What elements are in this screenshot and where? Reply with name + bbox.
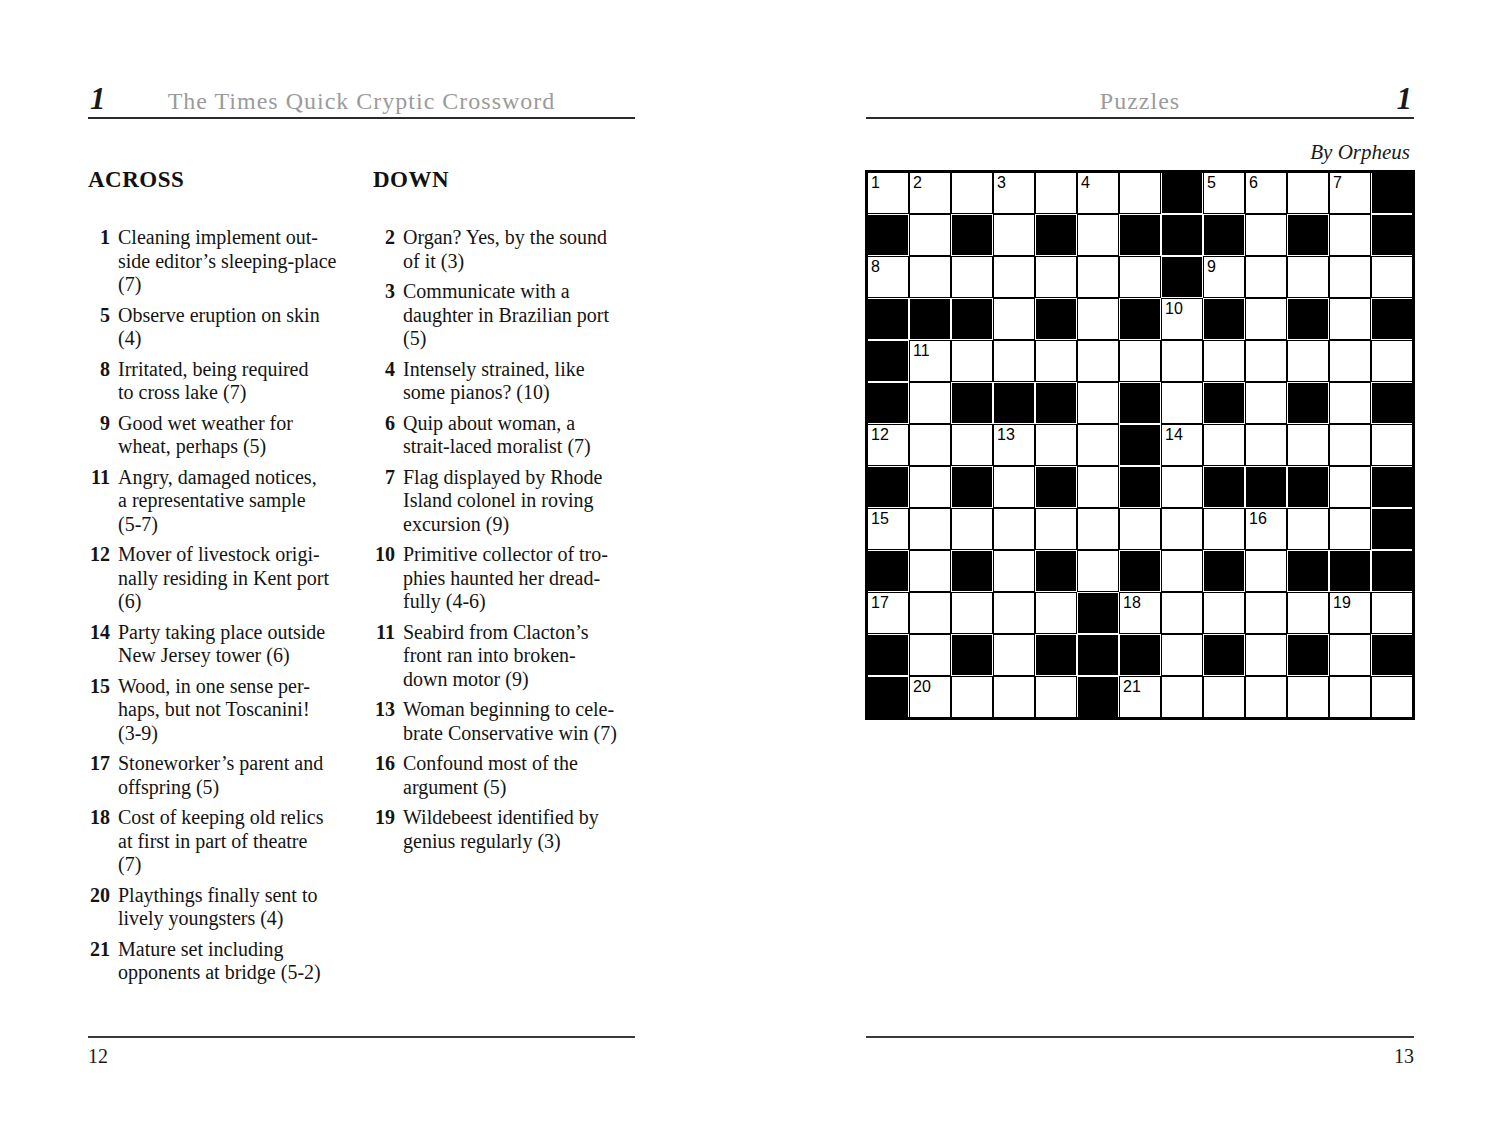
block-cell <box>1288 215 1328 255</box>
right-page-corner-number: 1 <box>1397 83 1413 114</box>
grid-cell[interactable] <box>1330 257 1370 297</box>
clue-number: 14 <box>88 621 110 668</box>
cell-number: 20 <box>913 678 931 696</box>
grid-cell[interactable] <box>994 257 1034 297</box>
clue-number: 10 <box>373 543 395 614</box>
grid-cell[interactable] <box>1078 299 1118 339</box>
grid-cell[interactable] <box>1288 341 1328 381</box>
grid-cell[interactable] <box>1330 509 1370 549</box>
clue-text: Cost of keeping old relicsat first in pa… <box>118 806 324 877</box>
grid-cell[interactable] <box>952 593 992 633</box>
grid-cell[interactable] <box>1246 383 1286 423</box>
block-cell <box>952 467 992 507</box>
grid-cell[interactable] <box>1036 425 1076 465</box>
block-cell <box>910 299 950 339</box>
grid-cell[interactable]: 13 <box>994 425 1034 465</box>
block-cell <box>1204 635 1244 675</box>
block-cell <box>868 383 908 423</box>
grid-cell[interactable] <box>1120 173 1160 213</box>
clue-number: 13 <box>373 698 395 745</box>
block-cell <box>1204 215 1244 255</box>
block-cell <box>1204 551 1244 591</box>
book-spread: 1 The Times Quick Cryptic Crossword 1 Pu… <box>0 0 1500 1136</box>
grid-cell[interactable] <box>1330 467 1370 507</box>
cell-number: 3 <box>997 174 1006 192</box>
left-page-header: 1 The Times Quick Cryptic Crossword <box>88 84 635 119</box>
grid-cell[interactable] <box>1288 173 1328 213</box>
cell-number: 2 <box>913 174 922 192</box>
grid-cell[interactable]: 6 <box>1246 173 1286 213</box>
grid-cell[interactable] <box>1162 383 1202 423</box>
block-cell <box>1372 383 1412 423</box>
grid-cell[interactable] <box>1246 215 1286 255</box>
grid-cell[interactable] <box>1372 341 1412 381</box>
grid-cell[interactable]: 21 <box>1120 677 1160 717</box>
grid-cell[interactable] <box>1120 509 1160 549</box>
clue: 7Flag displayed by RhodeIsland colonel i… <box>373 466 643 537</box>
clue-text: Wildebeest identified bygenius regularly… <box>403 806 599 853</box>
clue-text: Playthings finally sent tolively youngst… <box>118 884 317 931</box>
block-cell <box>1120 425 1160 465</box>
clue-text: Primitive collector of tro-phies haunted… <box>403 543 608 614</box>
cell-number: 4 <box>1081 174 1090 192</box>
grid-cell[interactable] <box>1204 509 1244 549</box>
grid-cell[interactable] <box>1036 173 1076 213</box>
cell-number: 17 <box>871 594 889 612</box>
grid-cell[interactable]: 4 <box>1078 173 1118 213</box>
right-page-header: 1 Puzzles <box>866 84 1414 119</box>
cell-number: 7 <box>1333 174 1342 192</box>
block-cell <box>1120 383 1160 423</box>
grid-cell[interactable] <box>1288 509 1328 549</box>
block-cell <box>1120 299 1160 339</box>
block-cell <box>1036 299 1076 339</box>
grid-cell[interactable] <box>1162 677 1202 717</box>
grid-cell[interactable]: 12 <box>868 425 908 465</box>
block-cell <box>1372 173 1412 213</box>
cell-number: 8 <box>871 258 880 276</box>
clue-text: Seabird from Clacton’sfront ran into bro… <box>403 621 589 692</box>
cell-number: 19 <box>1333 594 1351 612</box>
right-page-footer: 13 <box>866 1036 1414 1068</box>
block-cell <box>994 383 1034 423</box>
block-cell <box>1078 593 1118 633</box>
cell-number: 9 <box>1207 258 1216 276</box>
clue-text: Wood, in one sense per-haps, but not Tos… <box>118 675 310 746</box>
grid-cell[interactable]: 17 <box>868 593 908 633</box>
block-cell <box>1120 215 1160 255</box>
clue: 8Irritated, being requiredto cross lake … <box>88 358 368 405</box>
block-cell <box>952 383 992 423</box>
clue-text: Communicate with adaughter in Brazilian … <box>403 280 609 351</box>
cell-number: 14 <box>1165 426 1183 444</box>
grid-cell[interactable]: 1 <box>868 173 908 213</box>
block-cell <box>868 551 908 591</box>
grid-cell[interactable] <box>910 425 950 465</box>
grid-cell[interactable] <box>910 551 950 591</box>
clue-number: 3 <box>373 280 395 351</box>
grid-cell[interactable] <box>1246 425 1286 465</box>
grid-cell[interactable] <box>1246 341 1286 381</box>
clue-text: Party taking place outsideNew Jersey tow… <box>118 621 325 668</box>
grid-cell[interactable]: 2 <box>910 173 950 213</box>
grid-cell[interactable] <box>952 677 992 717</box>
block-cell <box>868 341 908 381</box>
block-cell <box>868 215 908 255</box>
grid-cell[interactable]: 5 <box>1204 173 1244 213</box>
grid-cell[interactable] <box>910 383 950 423</box>
cell-number: 21 <box>1123 678 1141 696</box>
grid-cell[interactable] <box>952 341 992 381</box>
block-cell <box>868 677 908 717</box>
grid-cell[interactable]: 8 <box>868 257 908 297</box>
grid-cell[interactable] <box>1162 551 1202 591</box>
setter-byline: By Orpheus <box>866 140 1410 165</box>
across-heading: ACROSS <box>88 167 184 193</box>
clue-number: 11 <box>373 621 395 692</box>
grid-cell[interactable] <box>994 551 1034 591</box>
grid-cell[interactable] <box>1204 677 1244 717</box>
block-cell <box>952 635 992 675</box>
block-cell <box>1288 383 1328 423</box>
grid-cell[interactable] <box>910 257 950 297</box>
grid-cell[interactable] <box>952 509 992 549</box>
clue-number: 9 <box>88 412 110 459</box>
grid-cell[interactable] <box>1120 341 1160 381</box>
block-cell <box>1120 551 1160 591</box>
grid-cell[interactable] <box>1162 593 1202 633</box>
grid-cell[interactable] <box>1204 593 1244 633</box>
clue: 18Cost of keeping old relicsat first in … <box>88 806 368 877</box>
clue-number: 19 <box>373 806 395 853</box>
clue-number: 16 <box>373 752 395 799</box>
grid-cell[interactable] <box>1036 677 1076 717</box>
clue: 3Communicate with adaughter in Brazilian… <box>373 280 643 351</box>
grid-cell[interactable] <box>1204 341 1244 381</box>
grid-cell[interactable] <box>994 299 1034 339</box>
block-cell <box>1372 299 1412 339</box>
grid-cell[interactable] <box>952 257 992 297</box>
block-cell <box>1036 467 1076 507</box>
block-cell <box>1036 551 1076 591</box>
clue: 11Angry, damaged notices,a representativ… <box>88 466 368 537</box>
grid-cell[interactable] <box>1078 257 1118 297</box>
grid-cell[interactable] <box>1078 383 1118 423</box>
grid-cell[interactable] <box>1330 635 1370 675</box>
across-clue-list: 1Cleaning implement out-side editor’s sl… <box>88 226 368 992</box>
block-cell <box>1162 215 1202 255</box>
grid-cell[interactable] <box>1036 341 1076 381</box>
left-page-corner-number: 1 <box>90 83 106 114</box>
grid-cell[interactable]: 16 <box>1246 509 1286 549</box>
grid-cell[interactable]: 11 <box>910 341 950 381</box>
clue-number: 15 <box>88 675 110 746</box>
cell-number: 11 <box>913 342 930 360</box>
block-cell <box>952 551 992 591</box>
block-cell <box>1372 551 1412 591</box>
grid-cell[interactable] <box>910 467 950 507</box>
grid-cell[interactable]: 15 <box>868 509 908 549</box>
grid-cell[interactable] <box>1078 509 1118 549</box>
grid-cell[interactable] <box>1288 425 1328 465</box>
clue: 12Mover of livestock origi-nally residin… <box>88 543 368 614</box>
grid-cell[interactable] <box>952 173 992 213</box>
clue: 19Wildebeest identified bygenius regular… <box>373 806 643 853</box>
clue: 5Observe eruption on skin(4) <box>88 304 368 351</box>
down-clue-list: 2Organ? Yes, by the soundof it (3)3Commu… <box>373 226 643 860</box>
grid-cell[interactable] <box>1162 509 1202 549</box>
grid-cell[interactable]: 19 <box>1330 593 1370 633</box>
block-cell <box>1288 635 1328 675</box>
clue: 21Mature set includingopponents at bridg… <box>88 938 368 985</box>
grid-cell[interactable] <box>1330 383 1370 423</box>
grid-cell[interactable] <box>1036 509 1076 549</box>
grid-cell[interactable] <box>1036 593 1076 633</box>
grid-cell[interactable] <box>1372 257 1412 297</box>
block-cell <box>868 635 908 675</box>
clue: 14Party taking place outsideNew Jersey t… <box>88 621 368 668</box>
block-cell <box>1078 677 1118 717</box>
clue: 15Wood, in one sense per-haps, but not T… <box>88 675 368 746</box>
clue-text: Quip about woman, astrait-laced moralist… <box>403 412 591 459</box>
clue-text: Intensely strained, likesome pianos? (10… <box>403 358 585 405</box>
cell-number: 12 <box>871 426 889 444</box>
grid-cell[interactable] <box>1288 677 1328 717</box>
grid-cell[interactable] <box>910 593 950 633</box>
clue-text: Woman beginning to cele-brate Conservati… <box>403 698 617 745</box>
grid-cell[interactable] <box>1246 635 1286 675</box>
clue-text: Cleaning implement out-side editor’s sle… <box>118 226 336 297</box>
grid-cell[interactable] <box>1078 215 1118 255</box>
cell-number: 13 <box>997 426 1015 444</box>
grid-cell[interactable] <box>1288 257 1328 297</box>
grid-cell[interactable] <box>910 215 950 255</box>
block-cell <box>1204 299 1244 339</box>
grid-cell[interactable] <box>1330 677 1370 717</box>
block-cell <box>1372 467 1412 507</box>
grid-cell[interactable] <box>952 425 992 465</box>
block-cell <box>1204 467 1244 507</box>
clue-text: Flag displayed by RhodeIsland colonel in… <box>403 466 602 537</box>
block-cell <box>1120 635 1160 675</box>
block-cell <box>1162 257 1202 297</box>
block-cell <box>1288 467 1328 507</box>
block-cell <box>1036 215 1076 255</box>
block-cell <box>868 467 908 507</box>
clue-number: 18 <box>88 806 110 877</box>
grid-cell[interactable]: 10 <box>1162 299 1202 339</box>
grid-cell[interactable] <box>994 635 1034 675</box>
cell-number: 18 <box>1123 594 1141 612</box>
clue-number: 6 <box>373 412 395 459</box>
block-cell <box>1288 551 1328 591</box>
grid-cell[interactable] <box>1330 425 1370 465</box>
clue-number: 21 <box>88 938 110 985</box>
grid-cell[interactable]: 14 <box>1162 425 1202 465</box>
section-title: Puzzles <box>866 87 1414 116</box>
block-cell <box>1372 635 1412 675</box>
grid-cell[interactable] <box>1078 551 1118 591</box>
grid-cell[interactable] <box>994 509 1034 549</box>
grid-cell[interactable] <box>1162 635 1202 675</box>
grid-cell[interactable] <box>1120 257 1160 297</box>
grid-cell[interactable] <box>1204 425 1244 465</box>
clue-text: Good wet weather forwheat, perhaps (5) <box>118 412 293 459</box>
block-cell <box>952 299 992 339</box>
down-heading: DOWN <box>373 167 449 193</box>
block-cell <box>952 215 992 255</box>
block-cell <box>1036 383 1076 423</box>
left-page-footer: 12 <box>88 1036 635 1068</box>
clue-text: Observe eruption on skin(4) <box>118 304 320 351</box>
left-footer-page-number: 12 <box>88 1045 635 1068</box>
block-cell <box>1078 635 1118 675</box>
clue-number: 12 <box>88 543 110 614</box>
grid-cell[interactable] <box>994 341 1034 381</box>
grid-cell[interactable]: 7 <box>1330 173 1370 213</box>
block-cell <box>1162 173 1202 213</box>
block-cell <box>1330 551 1370 591</box>
clue: 11Seabird from Clacton’sfront ran into b… <box>373 621 643 692</box>
grid-cell[interactable] <box>1246 677 1286 717</box>
crossword-grid: 123456789101112131415161718192021 <box>865 170 1415 720</box>
cell-number: 15 <box>871 510 889 528</box>
block-cell <box>1372 509 1412 549</box>
right-footer-page-number: 13 <box>866 1045 1414 1068</box>
clue-number: 2 <box>373 226 395 273</box>
grid-cell[interactable]: 20 <box>910 677 950 717</box>
grid-cell[interactable] <box>994 593 1034 633</box>
clue-text: Irritated, being requiredto cross lake (… <box>118 358 308 405</box>
block-cell <box>868 299 908 339</box>
clue: 9Good wet weather forwheat, perhaps (5) <box>88 412 368 459</box>
cell-number: 6 <box>1249 174 1258 192</box>
grid-cell[interactable]: 3 <box>994 173 1034 213</box>
clue: 1Cleaning implement out-side editor’s sl… <box>88 226 368 297</box>
grid-cell[interactable] <box>1162 467 1202 507</box>
clue: 16Confound most of theargument (5) <box>373 752 643 799</box>
grid-cell[interactable] <box>994 677 1034 717</box>
block-cell <box>1288 299 1328 339</box>
block-cell <box>1120 467 1160 507</box>
grid-cell[interactable] <box>1246 299 1286 339</box>
clue: 17Stoneworker’s parent andoffspring (5) <box>88 752 368 799</box>
cell-number: 10 <box>1165 300 1183 318</box>
grid-cell[interactable] <box>910 635 950 675</box>
clue-number: 5 <box>88 304 110 351</box>
clue-number: 20 <box>88 884 110 931</box>
grid-cell[interactable]: 18 <box>1120 593 1160 633</box>
grid-cell[interactable] <box>1372 425 1412 465</box>
clue: 13Woman beginning to cele-brate Conserva… <box>373 698 643 745</box>
book-title: The Times Quick Cryptic Crossword <box>88 87 635 116</box>
cell-number: 5 <box>1207 174 1216 192</box>
clue-text: Mover of livestock origi-nally residing … <box>118 543 329 614</box>
clue-text: Organ? Yes, by the soundof it (3) <box>403 226 607 273</box>
grid-cell[interactable] <box>1372 593 1412 633</box>
grid-cell[interactable] <box>994 215 1034 255</box>
clue-text: Confound most of theargument (5) <box>403 752 578 799</box>
clue: 6Quip about woman, astrait-laced moralis… <box>373 412 643 459</box>
clue-number: 4 <box>373 358 395 405</box>
clue: 10Primitive collector of tro-phies haunt… <box>373 543 643 614</box>
grid-cell[interactable] <box>910 509 950 549</box>
clue: 20Playthings finally sent tolively young… <box>88 884 368 931</box>
grid-cell[interactable] <box>1078 467 1118 507</box>
grid-cell[interactable] <box>1246 551 1286 591</box>
grid-cell[interactable] <box>1162 341 1202 381</box>
clue-text: Angry, damaged notices,a representative … <box>118 466 317 537</box>
clue-text: Stoneworker’s parent andoffspring (5) <box>118 752 323 799</box>
clue-number: 8 <box>88 358 110 405</box>
grid-cell[interactable]: 9 <box>1204 257 1244 297</box>
grid-cell[interactable] <box>1036 257 1076 297</box>
block-cell <box>1246 467 1286 507</box>
grid-cell[interactable] <box>1330 299 1370 339</box>
grid-cell[interactable] <box>994 467 1034 507</box>
grid-cell[interactable] <box>1078 425 1118 465</box>
clue-number: 7 <box>373 466 395 537</box>
cell-number: 1 <box>871 174 880 192</box>
block-cell <box>1036 635 1076 675</box>
grid-cell[interactable] <box>1372 677 1412 717</box>
clue-number: 1 <box>88 226 110 297</box>
grid-cell[interactable] <box>1330 341 1370 381</box>
clue: 4Intensely strained, likesome pianos? (1… <box>373 358 643 405</box>
grid-cell[interactable] <box>1288 593 1328 633</box>
clue-number: 11 <box>88 466 110 537</box>
grid-cell[interactable] <box>1330 215 1370 255</box>
block-cell <box>1372 215 1412 255</box>
clue-number: 17 <box>88 752 110 799</box>
clue-text: Mature set includingopponents at bridge … <box>118 938 321 985</box>
grid-cell[interactable] <box>1246 593 1286 633</box>
grid-cell[interactable] <box>1246 257 1286 297</box>
block-cell <box>1204 383 1244 423</box>
clue: 2Organ? Yes, by the soundof it (3) <box>373 226 643 273</box>
cell-number: 16 <box>1249 510 1267 528</box>
grid-cell[interactable] <box>1078 341 1118 381</box>
